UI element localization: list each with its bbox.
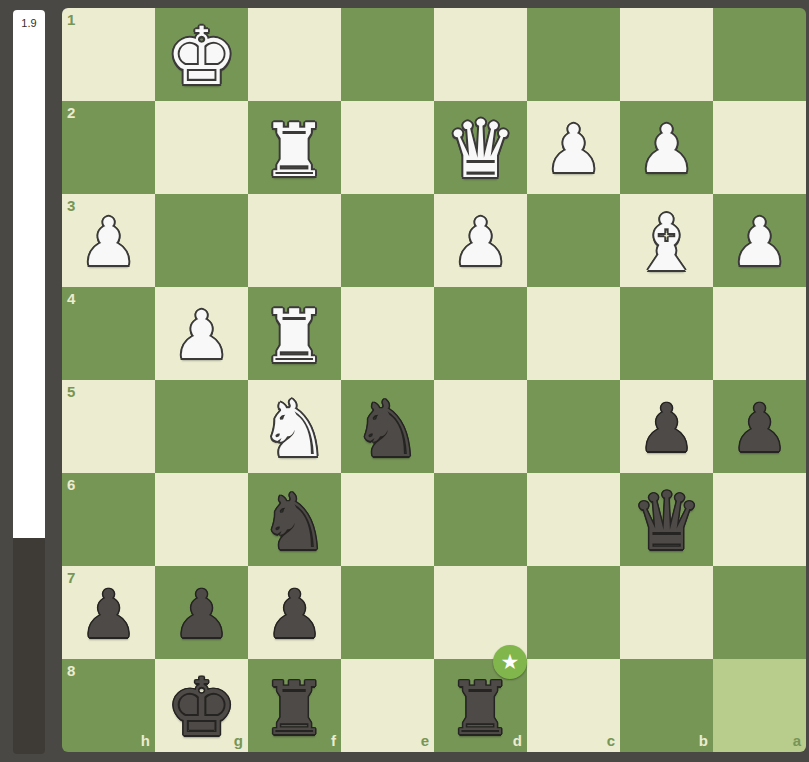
square-e2[interactable] <box>341 101 434 194</box>
square-b5[interactable]: ♟ <box>620 380 713 473</box>
square-g5[interactable] <box>155 380 248 473</box>
square-f8[interactable]: f♜ <box>248 659 341 752</box>
square-c6[interactable] <box>527 473 620 566</box>
rank-label-4: 4 <box>67 291 75 306</box>
square-d1[interactable] <box>434 8 527 101</box>
square-g7[interactable]: ♟ <box>155 566 248 659</box>
square-a6[interactable] <box>713 473 806 566</box>
black-pawn[interactable]: ♟ <box>265 582 324 648</box>
square-c5[interactable] <box>527 380 620 473</box>
square-g8[interactable]: g♚ <box>155 659 248 752</box>
white-knight[interactable]: ♞ <box>260 390 330 468</box>
square-g4[interactable]: ♟ <box>155 287 248 380</box>
file-label-h: h <box>141 733 150 748</box>
rank-label-5: 5 <box>67 384 75 399</box>
white-pawn[interactable]: ♟ <box>172 303 231 369</box>
square-a5[interactable]: ♟ <box>713 380 806 473</box>
file-label-f: f <box>331 733 336 748</box>
square-b8[interactable]: b <box>620 659 713 752</box>
square-h4[interactable]: 4 <box>62 287 155 380</box>
chess-board[interactable]: 1♚2♜♛♟♟3♟♟♝♟4♟♜5♞♞♟♟6♞♛7♟♟♟8hg♚f♜ed♜★cba <box>62 8 806 752</box>
square-f7[interactable]: ♟ <box>248 566 341 659</box>
rank-label-1: 1 <box>67 12 75 27</box>
square-b2[interactable]: ♟ <box>620 101 713 194</box>
black-queen[interactable]: ♛ <box>631 482 703 562</box>
file-label-a: a <box>793 733 801 748</box>
file-label-c: c <box>607 733 615 748</box>
square-h7[interactable]: 7♟ <box>62 566 155 659</box>
white-pawn[interactable]: ♟ <box>637 117 696 183</box>
white-pawn[interactable]: ♟ <box>451 210 510 276</box>
evaluation-score: 1.9 <box>13 17 45 29</box>
square-a3[interactable]: ♟ <box>713 194 806 287</box>
black-knight[interactable]: ♞ <box>353 390 423 468</box>
black-pawn[interactable]: ♟ <box>79 582 138 648</box>
rank-label-2: 2 <box>67 105 75 120</box>
file-label-d: d <box>513 733 522 748</box>
square-c3[interactable] <box>527 194 620 287</box>
square-b6[interactable]: ♛ <box>620 473 713 566</box>
black-rook[interactable]: ♜ <box>447 671 513 745</box>
square-g6[interactable] <box>155 473 248 566</box>
square-h8[interactable]: 8h <box>62 659 155 752</box>
square-h6[interactable]: 6 <box>62 473 155 566</box>
black-knight[interactable]: ♞ <box>260 483 330 561</box>
square-h5[interactable]: 5 <box>62 380 155 473</box>
square-h2[interactable]: 2 <box>62 101 155 194</box>
square-e7[interactable] <box>341 566 434 659</box>
square-d5[interactable] <box>434 380 527 473</box>
square-g1[interactable]: ♚ <box>155 8 248 101</box>
square-c8[interactable]: c <box>527 659 620 752</box>
square-c1[interactable] <box>527 8 620 101</box>
square-e8[interactable]: e <box>341 659 434 752</box>
white-pawn[interactable]: ♟ <box>79 210 138 276</box>
black-king[interactable]: ♚ <box>166 668 238 748</box>
black-pawn[interactable]: ♟ <box>637 396 696 462</box>
square-f6[interactable]: ♞ <box>248 473 341 566</box>
white-bishop[interactable]: ♝ <box>632 204 702 282</box>
square-b3[interactable]: ♝ <box>620 194 713 287</box>
square-h3[interactable]: 3♟ <box>62 194 155 287</box>
white-pawn[interactable]: ♟ <box>730 210 789 276</box>
square-c2[interactable]: ♟ <box>527 101 620 194</box>
white-queen[interactable]: ♛ <box>445 110 517 190</box>
square-f5[interactable]: ♞ <box>248 380 341 473</box>
square-e1[interactable] <box>341 8 434 101</box>
file-label-b: b <box>699 733 708 748</box>
square-d8[interactable]: d♜★ <box>434 659 527 752</box>
square-a7[interactable] <box>713 566 806 659</box>
square-f1[interactable] <box>248 8 341 101</box>
rank-label-3: 3 <box>67 198 75 213</box>
square-f4[interactable]: ♜ <box>248 287 341 380</box>
square-g2[interactable] <box>155 101 248 194</box>
evaluation-bar: 1.9 <box>13 10 45 754</box>
square-f2[interactable]: ♜ <box>248 101 341 194</box>
square-b1[interactable] <box>620 8 713 101</box>
square-h1[interactable]: 1 <box>62 8 155 101</box>
square-a2[interactable] <box>713 101 806 194</box>
rank-label-6: 6 <box>67 477 75 492</box>
rank-label-7: 7 <box>67 570 75 585</box>
file-label-e: e <box>421 733 429 748</box>
square-g3[interactable] <box>155 194 248 287</box>
square-a1[interactable] <box>713 8 806 101</box>
square-b7[interactable] <box>620 566 713 659</box>
black-pawn[interactable]: ♟ <box>172 582 231 648</box>
evaluation-bar-white-section <box>13 10 45 538</box>
white-rook[interactable]: ♜ <box>261 299 327 373</box>
square-c4[interactable] <box>527 287 620 380</box>
square-a8[interactable]: a <box>713 659 806 752</box>
white-rook[interactable]: ♜ <box>261 113 327 187</box>
square-e5[interactable]: ♞ <box>341 380 434 473</box>
square-c7[interactable] <box>527 566 620 659</box>
rank-label-8: 8 <box>67 663 75 678</box>
best-move-star-badge: ★ <box>493 645 527 679</box>
black-pawn[interactable]: ♟ <box>730 396 789 462</box>
white-king[interactable]: ♚ <box>166 17 238 97</box>
square-b4[interactable] <box>620 287 713 380</box>
square-d4[interactable] <box>434 287 527 380</box>
square-f3[interactable] <box>248 194 341 287</box>
square-e4[interactable] <box>341 287 434 380</box>
square-d3[interactable]: ♟ <box>434 194 527 287</box>
black-rook[interactable]: ♜ <box>261 671 327 745</box>
white-pawn[interactable]: ♟ <box>544 117 603 183</box>
star-icon: ★ <box>501 651 520 672</box>
square-e6[interactable] <box>341 473 434 566</box>
square-d6[interactable] <box>434 473 527 566</box>
square-a4[interactable] <box>713 287 806 380</box>
square-d2[interactable]: ♛ <box>434 101 527 194</box>
square-e3[interactable] <box>341 194 434 287</box>
